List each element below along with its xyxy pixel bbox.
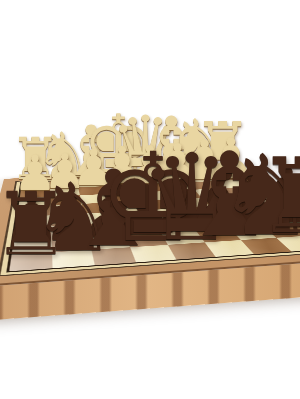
square-light bbox=[52, 250, 95, 268]
board-squares bbox=[6, 173, 300, 273]
square-dark bbox=[9, 252, 52, 271]
square-dark bbox=[92, 247, 137, 265]
chess-set-photo: ♜♞♝♚♛♝♞♜♟♟♟♟♟♟♟♟♟♟♟♟♟♟♟♟♜♞♝♚♛♝♞♜ bbox=[0, 0, 300, 399]
